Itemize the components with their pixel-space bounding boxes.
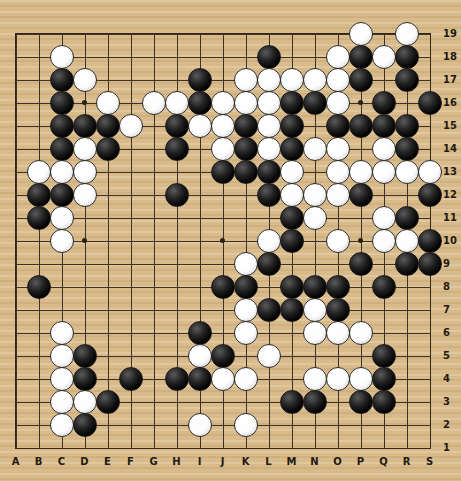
- row-label-18: 18: [441, 45, 461, 68]
- stone-white-D12[interactable]: [73, 183, 97, 207]
- stone-white-I15[interactable]: [188, 114, 212, 138]
- stone-white-P13[interactable]: [349, 160, 373, 184]
- stone-white-K16[interactable]: [234, 91, 258, 115]
- row-label-2: 2: [441, 413, 461, 436]
- stone-black-M11[interactable]: [280, 206, 304, 230]
- stone-black-H12[interactable]: [165, 183, 189, 207]
- stone-black-L13[interactable]: [257, 160, 281, 184]
- row-label-15: 15: [441, 114, 461, 137]
- row-label-13: 13: [441, 160, 461, 183]
- stone-white-O4[interactable]: [326, 367, 350, 391]
- row-label-4: 4: [441, 367, 461, 390]
- stone-white-Q13[interactable]: [372, 160, 396, 184]
- stone-black-N8[interactable]: [303, 275, 327, 299]
- row-label-17: 17: [441, 68, 461, 91]
- stone-black-R15[interactable]: [395, 114, 419, 138]
- row-label-14: 14: [441, 137, 461, 160]
- stone-white-P4[interactable]: [349, 367, 373, 391]
- stone-black-M8[interactable]: [280, 275, 304, 299]
- col-label-G: G: [142, 455, 165, 469]
- stone-black-L7[interactable]: [257, 298, 281, 322]
- col-label-N: N: [303, 455, 326, 469]
- col-label-D: D: [73, 455, 96, 469]
- stone-white-O12[interactable]: [326, 183, 350, 207]
- col-label-J: J: [211, 455, 234, 469]
- stone-black-Q16[interactable]: [372, 91, 396, 115]
- stone-white-C10[interactable]: [50, 229, 74, 253]
- row-label-9: 9: [441, 252, 461, 275]
- stone-black-M16[interactable]: [280, 91, 304, 115]
- row-label-8: 8: [441, 275, 461, 298]
- stone-white-H16[interactable]: [165, 91, 189, 115]
- stone-black-L12[interactable]: [257, 183, 281, 207]
- col-label-O: O: [326, 455, 349, 469]
- stone-white-Q10[interactable]: [372, 229, 396, 253]
- stone-white-B13[interactable]: [27, 160, 51, 184]
- stone-black-P15[interactable]: [349, 114, 373, 138]
- stone-white-J16[interactable]: [211, 91, 235, 115]
- stone-white-K17[interactable]: [234, 68, 258, 92]
- stone-black-S10[interactable]: [418, 229, 442, 253]
- stone-white-L5[interactable]: [257, 344, 281, 368]
- col-label-P: P: [349, 455, 372, 469]
- stone-black-O8[interactable]: [326, 275, 350, 299]
- stone-white-C13[interactable]: [50, 160, 74, 184]
- stone-black-M7[interactable]: [280, 298, 304, 322]
- row-label-3: 3: [441, 390, 461, 413]
- go-app-screen: ABCDEFGHIJKLMNOPQRS 19181716151413121110…: [0, 0, 461, 481]
- stone-white-Q11[interactable]: [372, 206, 396, 230]
- stone-black-K8[interactable]: [234, 275, 258, 299]
- row-label-11: 11: [441, 206, 461, 229]
- stone-white-L14[interactable]: [257, 137, 281, 161]
- stone-white-E16[interactable]: [96, 91, 120, 115]
- stone-black-J13[interactable]: [211, 160, 235, 184]
- stone-white-K2[interactable]: [234, 413, 258, 437]
- col-label-S: S: [418, 455, 441, 469]
- stone-black-B11[interactable]: [27, 206, 51, 230]
- col-label-K: K: [234, 455, 257, 469]
- stone-black-D4[interactable]: [73, 367, 97, 391]
- star-point-J10: [220, 238, 225, 243]
- stone-white-C3[interactable]: [50, 390, 74, 414]
- stone-black-P17[interactable]: [349, 68, 373, 92]
- col-label-R: R: [395, 455, 418, 469]
- stone-black-O15[interactable]: [326, 114, 350, 138]
- stone-black-Q3[interactable]: [372, 390, 396, 414]
- stone-black-P3[interactable]: [349, 390, 373, 414]
- col-label-Q: Q: [372, 455, 395, 469]
- stone-black-J5[interactable]: [211, 344, 235, 368]
- stone-white-J4[interactable]: [211, 367, 235, 391]
- col-label-L: L: [257, 455, 280, 469]
- stone-black-H15[interactable]: [165, 114, 189, 138]
- stone-white-C18[interactable]: [50, 45, 74, 69]
- stone-white-M12[interactable]: [280, 183, 304, 207]
- stone-white-D3[interactable]: [73, 390, 97, 414]
- stone-white-O18[interactable]: [326, 45, 350, 69]
- stone-black-I16[interactable]: [188, 91, 212, 115]
- stone-black-F4[interactable]: [119, 367, 143, 391]
- row-label-7: 7: [441, 298, 461, 321]
- col-label-E: E: [96, 455, 119, 469]
- stone-black-D5[interactable]: [73, 344, 97, 368]
- stone-black-N16[interactable]: [303, 91, 327, 115]
- stone-black-M3[interactable]: [280, 390, 304, 414]
- stone-white-L10[interactable]: [257, 229, 281, 253]
- stone-black-E15[interactable]: [96, 114, 120, 138]
- stone-black-M10[interactable]: [280, 229, 304, 253]
- stone-black-L9[interactable]: [257, 252, 281, 276]
- stone-black-K13[interactable]: [234, 160, 258, 184]
- stone-black-R9[interactable]: [395, 252, 419, 276]
- stone-white-C11[interactable]: [50, 206, 74, 230]
- stone-black-P18[interactable]: [349, 45, 373, 69]
- stone-white-D13[interactable]: [73, 160, 97, 184]
- row-label-16: 16: [441, 91, 461, 114]
- column-coordinate-labels: ABCDEFGHIJKLMNOPQRS: [4, 455, 441, 469]
- stone-white-O10[interactable]: [326, 229, 350, 253]
- stone-black-S16[interactable]: [418, 91, 442, 115]
- stone-white-Q18[interactable]: [372, 45, 396, 69]
- stone-black-Q4[interactable]: [372, 367, 396, 391]
- stone-white-I2[interactable]: [188, 413, 212, 437]
- star-point-D16: [82, 100, 87, 105]
- stone-white-L15[interactable]: [257, 114, 281, 138]
- stone-black-E14[interactable]: [96, 137, 120, 161]
- stone-black-M15[interactable]: [280, 114, 304, 138]
- col-label-F: F: [119, 455, 142, 469]
- stone-black-K14[interactable]: [234, 137, 258, 161]
- stone-black-C17[interactable]: [50, 68, 74, 92]
- stone-black-S12[interactable]: [418, 183, 442, 207]
- col-label-A: A: [4, 455, 27, 469]
- stone-white-P6[interactable]: [349, 321, 373, 345]
- stone-white-O6[interactable]: [326, 321, 350, 345]
- stone-black-H14[interactable]: [165, 137, 189, 161]
- stone-black-D2[interactable]: [73, 413, 97, 437]
- stone-white-N7[interactable]: [303, 298, 327, 322]
- stone-black-N3[interactable]: [303, 390, 327, 414]
- stone-black-R17[interactable]: [395, 68, 419, 92]
- stone-black-P12[interactable]: [349, 183, 373, 207]
- col-label-M: M: [280, 455, 303, 469]
- star-point-P10: [358, 238, 363, 243]
- stone-white-N11[interactable]: [303, 206, 327, 230]
- stone-black-C15[interactable]: [50, 114, 74, 138]
- row-label-6: 6: [441, 321, 461, 344]
- star-point-D10: [82, 238, 87, 243]
- stone-black-P9[interactable]: [349, 252, 373, 276]
- stone-white-D14[interactable]: [73, 137, 97, 161]
- stone-black-C14[interactable]: [50, 137, 74, 161]
- stone-white-R13[interactable]: [395, 160, 419, 184]
- stone-black-S9[interactable]: [418, 252, 442, 276]
- col-label-I: I: [188, 455, 211, 469]
- row-label-12: 12: [441, 183, 461, 206]
- stone-white-O13[interactable]: [326, 160, 350, 184]
- stone-white-L17[interactable]: [257, 68, 281, 92]
- col-label-B: B: [27, 455, 50, 469]
- row-label-5: 5: [441, 344, 461, 367]
- stone-white-K6[interactable]: [234, 321, 258, 345]
- stone-black-B12[interactable]: [27, 183, 51, 207]
- stone-black-Q8[interactable]: [372, 275, 396, 299]
- stone-black-C12[interactable]: [50, 183, 74, 207]
- stone-black-I17[interactable]: [188, 68, 212, 92]
- stone-white-C5[interactable]: [50, 344, 74, 368]
- stone-white-N17[interactable]: [303, 68, 327, 92]
- stone-black-O7[interactable]: [326, 298, 350, 322]
- col-label-H: H: [165, 455, 188, 469]
- stone-white-O16[interactable]: [326, 91, 350, 115]
- stone-black-I6[interactable]: [188, 321, 212, 345]
- stone-white-N6[interactable]: [303, 321, 327, 345]
- stone-white-K4[interactable]: [234, 367, 258, 391]
- stone-white-G16[interactable]: [142, 91, 166, 115]
- stone-white-I5[interactable]: [188, 344, 212, 368]
- stone-white-N4[interactable]: [303, 367, 327, 391]
- stone-white-J15[interactable]: [211, 114, 235, 138]
- stone-white-K9[interactable]: [234, 252, 258, 276]
- stone-black-B8[interactable]: [27, 275, 51, 299]
- stone-white-Q14[interactable]: [372, 137, 396, 161]
- stone-white-S13[interactable]: [418, 160, 442, 184]
- stone-black-H4[interactable]: [165, 367, 189, 391]
- stone-white-J14[interactable]: [211, 137, 235, 161]
- stone-black-C16[interactable]: [50, 91, 74, 115]
- stone-black-R14[interactable]: [395, 137, 419, 161]
- col-label-C: C: [50, 455, 73, 469]
- stone-white-L16[interactable]: [257, 91, 281, 115]
- stone-black-R18[interactable]: [395, 45, 419, 69]
- stone-white-M17[interactable]: [280, 68, 304, 92]
- stone-white-F15[interactable]: [119, 114, 143, 138]
- row-label-19: 19: [441, 22, 461, 45]
- stone-white-N14[interactable]: [303, 137, 327, 161]
- stone-white-M13[interactable]: [280, 160, 304, 184]
- stone-black-E3[interactable]: [96, 390, 120, 414]
- stone-white-O17[interactable]: [326, 68, 350, 92]
- stone-black-Q15[interactable]: [372, 114, 396, 138]
- row-label-1: 1: [441, 436, 461, 459]
- stone-white-C4[interactable]: [50, 367, 74, 391]
- star-point-P16: [358, 100, 363, 105]
- stone-black-D15[interactable]: [73, 114, 97, 138]
- stone-black-R11[interactable]: [395, 206, 419, 230]
- stone-white-C6[interactable]: [50, 321, 74, 345]
- row-label-10: 10: [441, 229, 461, 252]
- stone-black-Q5[interactable]: [372, 344, 396, 368]
- go-board[interactable]: [4, 22, 441, 459]
- stone-black-L18[interactable]: [257, 45, 281, 69]
- stone-white-K7[interactable]: [234, 298, 258, 322]
- stone-black-I4[interactable]: [188, 367, 212, 391]
- stone-white-N12[interactable]: [303, 183, 327, 207]
- stone-white-P19[interactable]: [349, 22, 373, 46]
- row-coordinate-labels: 19181716151413121110987654321: [441, 22, 461, 459]
- stone-black-J8[interactable]: [211, 275, 235, 299]
- stone-white-C2[interactable]: [50, 413, 74, 437]
- stone-black-K15[interactable]: [234, 114, 258, 138]
- stone-white-O14[interactable]: [326, 137, 350, 161]
- stone-black-M14[interactable]: [280, 137, 304, 161]
- stone-white-R10[interactable]: [395, 229, 419, 253]
- stone-white-R19[interactable]: [395, 22, 419, 46]
- stone-white-D17[interactable]: [73, 68, 97, 92]
